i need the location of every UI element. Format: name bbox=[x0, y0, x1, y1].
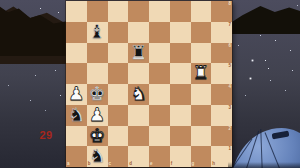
rank-label-4: 4 bbox=[228, 85, 231, 90]
square-a5[interactable] bbox=[66, 63, 87, 84]
square-d4[interactable]: ♞ bbox=[128, 84, 149, 105]
square-a4[interactable]: ♟ bbox=[66, 84, 87, 105]
square-e2[interactable] bbox=[149, 126, 170, 147]
screenshot-root: 29 8♝7♜6♜5♟♚♞4♞♟3♚2ab♞cdefg1h bbox=[0, 0, 300, 168]
square-b4[interactable]: ♚ bbox=[87, 84, 108, 105]
square-b5[interactable] bbox=[87, 63, 108, 84]
square-e4[interactable] bbox=[149, 84, 170, 105]
square-e1[interactable]: e bbox=[149, 146, 170, 167]
square-c5[interactable] bbox=[108, 63, 129, 84]
square-h5[interactable]: 5 bbox=[211, 63, 232, 84]
square-b3[interactable]: ♟ bbox=[87, 105, 108, 126]
rank-label-5: 5 bbox=[228, 64, 231, 69]
mountain-silhouette-right bbox=[228, 0, 300, 34]
square-f5[interactable] bbox=[170, 63, 191, 84]
file-label-c: c bbox=[109, 162, 112, 167]
square-d7[interactable] bbox=[128, 22, 149, 43]
square-a8[interactable] bbox=[66, 1, 87, 22]
square-h7[interactable]: 7 bbox=[211, 22, 232, 43]
square-h8[interactable]: 8 bbox=[211, 1, 232, 22]
piece-white-king[interactable]: ♚ bbox=[87, 126, 108, 147]
piece-black-king[interactable]: ♚ bbox=[87, 84, 108, 105]
piece-black-knight[interactable]: ♞ bbox=[66, 105, 87, 126]
piece-white-knight[interactable]: ♞ bbox=[128, 84, 149, 105]
square-f7[interactable] bbox=[170, 22, 191, 43]
square-e3[interactable] bbox=[149, 105, 170, 126]
file-label-g: g bbox=[192, 162, 195, 167]
chess-board[interactable]: 8♝7♜6♜5♟♚♞4♞♟3♚2ab♞cdefg1h bbox=[66, 1, 232, 167]
square-a6[interactable] bbox=[66, 43, 87, 64]
square-g4[interactable] bbox=[191, 84, 212, 105]
square-c3[interactable] bbox=[108, 105, 129, 126]
square-d5[interactable] bbox=[128, 63, 149, 84]
square-f6[interactable] bbox=[170, 43, 191, 64]
square-f1[interactable]: f bbox=[170, 146, 191, 167]
square-a7[interactable] bbox=[66, 22, 87, 43]
rank-label-6: 6 bbox=[228, 44, 231, 49]
square-h4[interactable]: 4 bbox=[211, 84, 232, 105]
square-e7[interactable] bbox=[149, 22, 170, 43]
tent-image bbox=[228, 124, 300, 168]
square-c7[interactable] bbox=[108, 22, 129, 43]
file-label-f: f bbox=[171, 162, 173, 167]
square-d2[interactable] bbox=[128, 126, 149, 147]
square-g8[interactable] bbox=[191, 1, 212, 22]
piece-black-bishop[interactable]: ♝ bbox=[87, 22, 108, 43]
file-label-d: d bbox=[129, 162, 132, 167]
square-c8[interactable] bbox=[108, 1, 129, 22]
square-b8[interactable] bbox=[87, 1, 108, 22]
tent-ground-shadow bbox=[228, 162, 300, 168]
square-e5[interactable] bbox=[149, 63, 170, 84]
file-label-h: h bbox=[212, 162, 215, 167]
square-h6[interactable]: 6 bbox=[211, 43, 232, 64]
move-number: 29 bbox=[31, 129, 61, 141]
file-label-e: e bbox=[150, 162, 153, 167]
piece-white-pawn[interactable]: ♟ bbox=[66, 84, 87, 105]
square-f8[interactable] bbox=[170, 1, 191, 22]
square-a2[interactable] bbox=[66, 126, 87, 147]
square-g6[interactable] bbox=[191, 43, 212, 64]
square-a3[interactable]: ♞ bbox=[66, 105, 87, 126]
square-d8[interactable] bbox=[128, 1, 149, 22]
square-b6[interactable] bbox=[87, 43, 108, 64]
square-f3[interactable] bbox=[170, 105, 191, 126]
square-h3[interactable]: 3 bbox=[211, 105, 232, 126]
square-b1[interactable]: b♞ bbox=[87, 146, 108, 167]
square-c4[interactable] bbox=[108, 84, 129, 105]
piece-white-rook[interactable]: ♜ bbox=[191, 63, 212, 84]
square-b2[interactable]: ♚ bbox=[87, 126, 108, 147]
rank-label-8: 8 bbox=[228, 2, 231, 7]
piece-black-knight[interactable]: ♞ bbox=[87, 146, 108, 167]
square-c1[interactable]: c bbox=[108, 146, 129, 167]
square-g1[interactable]: g bbox=[191, 146, 212, 167]
square-g5[interactable]: ♜ bbox=[191, 63, 212, 84]
star-field bbox=[0, 0, 1, 1]
rank-label-7: 7 bbox=[228, 23, 231, 28]
square-f2[interactable] bbox=[170, 126, 191, 147]
square-f4[interactable] bbox=[170, 84, 191, 105]
piece-black-rook[interactable]: ♜ bbox=[128, 43, 149, 64]
square-b7[interactable]: ♝ bbox=[87, 22, 108, 43]
square-c2[interactable] bbox=[108, 126, 129, 147]
square-d6[interactable]: ♜ bbox=[128, 43, 149, 64]
square-g7[interactable] bbox=[191, 22, 212, 43]
square-g3[interactable] bbox=[191, 105, 212, 126]
square-g2[interactable] bbox=[191, 126, 212, 147]
piece-white-pawn[interactable]: ♟ bbox=[87, 105, 108, 126]
rank-label-3: 3 bbox=[228, 106, 231, 111]
square-c6[interactable] bbox=[108, 43, 129, 64]
square-a1[interactable]: a bbox=[66, 146, 87, 167]
file-label-a: a bbox=[67, 162, 70, 167]
square-d1[interactable]: d bbox=[128, 146, 149, 167]
square-d3[interactable] bbox=[128, 105, 149, 126]
square-e6[interactable] bbox=[149, 43, 170, 64]
square-e8[interactable] bbox=[149, 1, 170, 22]
